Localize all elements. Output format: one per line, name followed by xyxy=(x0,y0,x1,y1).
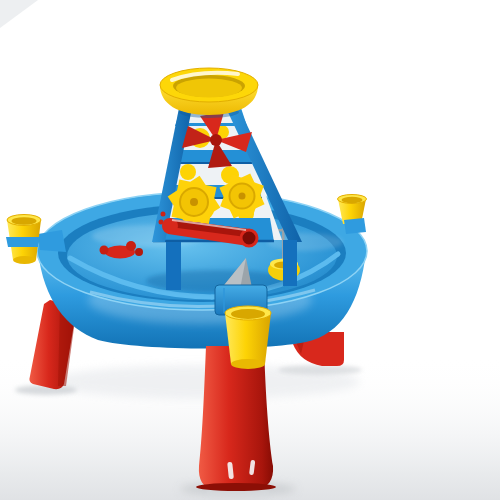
spinner-hub xyxy=(210,134,222,146)
right-cup-inner xyxy=(342,197,363,203)
funnel-basin-inner xyxy=(176,79,242,98)
crab-claw-right xyxy=(126,241,136,251)
tower-post-left xyxy=(166,242,181,290)
right-cup-clip xyxy=(344,218,366,234)
crab-claw-left xyxy=(100,246,109,255)
front-cup-inner xyxy=(231,309,265,319)
front-cup-bottom xyxy=(231,359,265,369)
gear-right-hub xyxy=(239,193,246,200)
left-cup-inner xyxy=(12,217,37,225)
left-cup-bottom xyxy=(13,256,36,264)
front-cup xyxy=(225,306,271,369)
front-leg-base-shade xyxy=(196,483,276,491)
chute-mouth xyxy=(241,230,257,246)
gear-left-hub xyxy=(190,198,198,206)
crab-claw-far xyxy=(135,248,143,256)
right-leg-shadow xyxy=(278,365,362,375)
rail-red-peg-1 xyxy=(161,212,166,217)
activity-table-illustration: Studio product photo of a round blue chi… xyxy=(0,0,500,500)
left-cup-clip-arm xyxy=(38,230,66,252)
left-cup-band xyxy=(6,237,40,247)
product-photo-stage: Studio product photo of a round blue chi… xyxy=(0,0,500,500)
front-cup-body xyxy=(225,313,271,364)
tower-post-right xyxy=(283,240,297,286)
